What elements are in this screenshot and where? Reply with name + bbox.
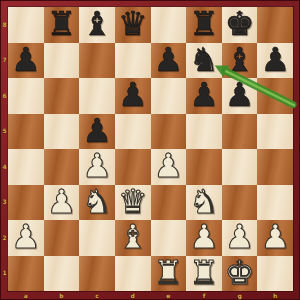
rank-label-1: 1: [2, 270, 7, 276]
square-h2[interactable]: ♟: [257, 220, 293, 256]
black-pawn[interactable]: ♟: [225, 78, 255, 111]
rank-label-5: 5: [2, 128, 7, 134]
square-a4[interactable]: [8, 149, 44, 185]
square-c8[interactable]: ♝: [79, 7, 115, 43]
square-h8[interactable]: [257, 7, 293, 43]
white-pawn[interactable]: ♟: [225, 220, 255, 253]
chess-board-frame: ♜♝♛♜♚♟♟♞♝♟♟♟♟♟♟♟♟♞♛♞♟♝♟♟♟♜♜♚ 87654321abc…: [0, 0, 300, 300]
square-b5[interactable]: [44, 114, 80, 150]
file-label-d: d: [129, 293, 137, 299]
square-c4[interactable]: ♟: [79, 149, 115, 185]
square-a2[interactable]: ♟: [8, 220, 44, 256]
square-d5[interactable]: [115, 114, 151, 150]
square-h3[interactable]: [257, 185, 293, 221]
square-d3[interactable]: ♛: [115, 185, 151, 221]
white-bishop[interactable]: ♝: [118, 220, 148, 253]
square-f3[interactable]: ♞: [186, 185, 222, 221]
square-d6[interactable]: ♟: [115, 78, 151, 114]
square-e3[interactable]: [151, 185, 187, 221]
black-pawn[interactable]: ♟: [11, 43, 41, 76]
square-e4[interactable]: ♟: [151, 149, 187, 185]
black-pawn[interactable]: ♟: [82, 114, 112, 147]
file-label-a: a: [22, 293, 30, 299]
square-g6[interactable]: ♟: [222, 78, 258, 114]
white-knight[interactable]: ♞: [82, 185, 112, 218]
square-h5[interactable]: [257, 114, 293, 150]
square-b6[interactable]: [44, 78, 80, 114]
file-label-c: c: [93, 293, 101, 299]
black-rook[interactable]: ♜: [47, 7, 77, 40]
square-g8[interactable]: ♚: [222, 7, 258, 43]
white-rook[interactable]: ♜: [154, 256, 184, 289]
square-c1[interactable]: [79, 256, 115, 292]
square-d7[interactable]: [115, 43, 151, 79]
square-g3[interactable]: [222, 185, 258, 221]
square-f6[interactable]: ♟: [186, 78, 222, 114]
square-b2[interactable]: [44, 220, 80, 256]
square-e6[interactable]: [151, 78, 187, 114]
square-b3[interactable]: ♟: [44, 185, 80, 221]
square-d2[interactable]: ♝: [115, 220, 151, 256]
square-a5[interactable]: [8, 114, 44, 150]
square-c3[interactable]: ♞: [79, 185, 115, 221]
square-c5[interactable]: ♟: [79, 114, 115, 150]
square-b1[interactable]: [44, 256, 80, 292]
file-label-f: f: [200, 293, 208, 299]
rank-label-8: 8: [2, 22, 7, 28]
square-e1[interactable]: ♜: [151, 256, 187, 292]
square-g4[interactable]: [222, 149, 258, 185]
square-a3[interactable]: [8, 185, 44, 221]
square-e2[interactable]: [151, 220, 187, 256]
black-rook[interactable]: ♜: [189, 7, 219, 40]
white-king[interactable]: ♚: [225, 256, 255, 289]
rank-label-3: 3: [2, 199, 7, 205]
white-queen[interactable]: ♛: [118, 185, 148, 218]
white-knight[interactable]: ♞: [189, 185, 219, 218]
square-b8[interactable]: ♜: [44, 7, 80, 43]
black-knight[interactable]: ♞: [189, 43, 219, 76]
black-pawn[interactable]: ♟: [260, 43, 290, 76]
black-pawn[interactable]: ♟: [154, 43, 184, 76]
file-label-h: h: [271, 293, 279, 299]
black-bishop[interactable]: ♝: [82, 7, 112, 40]
square-d1[interactable]: [115, 256, 151, 292]
white-pawn[interactable]: ♟: [11, 220, 41, 253]
square-g1[interactable]: ♚: [222, 256, 258, 292]
white-pawn[interactable]: ♟: [189, 220, 219, 253]
square-g5[interactable]: [222, 114, 258, 150]
square-a7[interactable]: ♟: [8, 43, 44, 79]
chess-board: ♜♝♛♜♚♟♟♞♝♟♟♟♟♟♟♟♟♞♛♞♟♝♟♟♟♜♜♚: [8, 7, 293, 291]
square-a8[interactable]: [8, 7, 44, 43]
square-d4[interactable]: [115, 149, 151, 185]
black-king[interactable]: ♚: [225, 7, 255, 40]
rank-label-2: 2: [2, 235, 7, 241]
square-g2[interactable]: ♟: [222, 220, 258, 256]
file-label-b: b: [57, 293, 65, 299]
rank-label-4: 4: [2, 164, 7, 170]
square-b7[interactable]: [44, 43, 80, 79]
square-a6[interactable]: [8, 78, 44, 114]
square-b4[interactable]: [44, 149, 80, 185]
square-e5[interactable]: [151, 114, 187, 150]
white-pawn[interactable]: ♟: [154, 149, 184, 182]
square-h1[interactable]: [257, 256, 293, 292]
black-pawn[interactable]: ♟: [118, 78, 148, 111]
square-g7[interactable]: ♝: [222, 43, 258, 79]
square-e7[interactable]: ♟: [151, 43, 187, 79]
square-a1[interactable]: [8, 256, 44, 292]
square-h4[interactable]: [257, 149, 293, 185]
square-c2[interactable]: [79, 220, 115, 256]
square-c7[interactable]: [79, 43, 115, 79]
square-c6[interactable]: [79, 78, 115, 114]
white-rook[interactable]: ♜: [189, 256, 219, 289]
square-f1[interactable]: ♜: [186, 256, 222, 292]
square-f8[interactable]: ♜: [186, 7, 222, 43]
white-pawn[interactable]: ♟: [47, 185, 77, 218]
rank-label-6: 6: [2, 93, 7, 99]
square-f7[interactable]: ♞: [186, 43, 222, 79]
square-e8[interactable]: [151, 7, 187, 43]
square-d8[interactable]: ♛: [115, 7, 151, 43]
black-bishop[interactable]: ♝: [225, 43, 255, 76]
rank-label-7: 7: [2, 57, 7, 63]
square-h7[interactable]: ♟: [257, 43, 293, 79]
square-h6[interactable]: [257, 78, 293, 114]
file-label-e: e: [164, 293, 172, 299]
white-pawn[interactable]: ♟: [82, 149, 112, 182]
black-pawn[interactable]: ♟: [189, 78, 219, 111]
square-f5[interactable]: [186, 114, 222, 150]
square-f4[interactable]: [186, 149, 222, 185]
file-label-g: g: [236, 293, 244, 299]
square-f2[interactable]: ♟: [186, 220, 222, 256]
white-pawn[interactable]: ♟: [260, 220, 290, 253]
black-queen[interactable]: ♛: [118, 7, 148, 40]
